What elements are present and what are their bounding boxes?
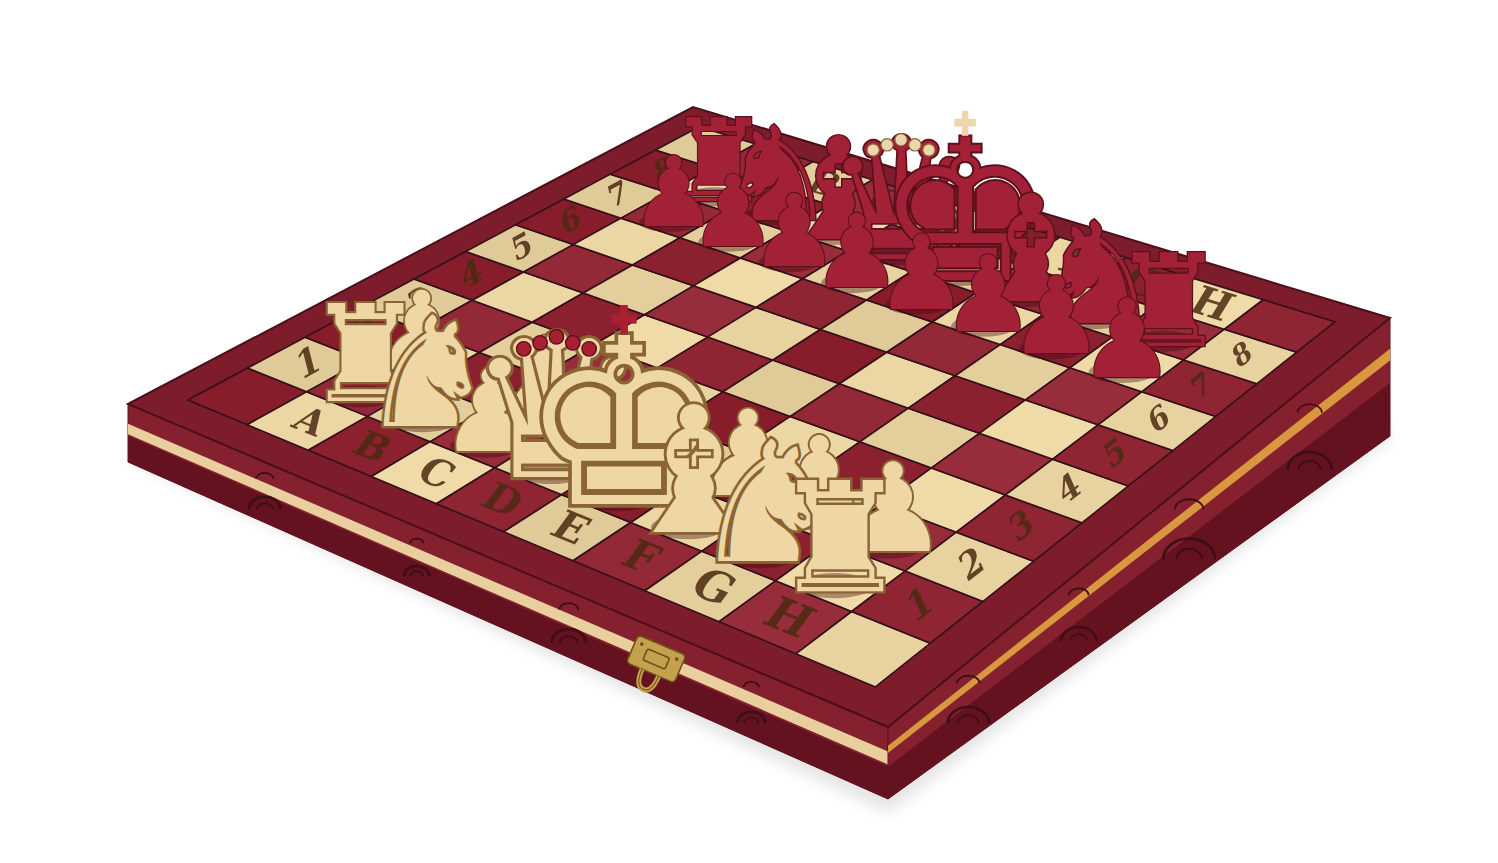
pawn-glyph: ♟ (1078, 276, 1176, 403)
piece-red-pawn-h7[interactable]: ♟ (1078, 276, 1176, 403)
rook-glyph: ♜ (772, 450, 908, 627)
chess-set-photo: 1122334455667788AABBCCDDEEFFGGHH♜♞♟♝♟♛♟♚… (0, 0, 1498, 863)
piece-white-rook-h1[interactable]: ♜ (772, 450, 908, 627)
chess-board: 1122334455667788AABBCCDDEEFFGGHH♜♞♟♝♟♛♟♚… (0, 0, 1498, 863)
king-cross (954, 119, 975, 127)
king-cross (611, 315, 636, 324)
